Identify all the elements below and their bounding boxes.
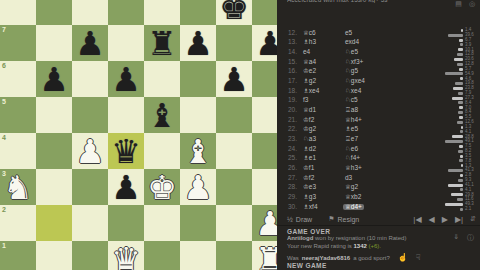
rank-label-4: 4 xyxy=(2,134,6,141)
black-move[interactable]: ♘e6 xyxy=(343,146,389,153)
square-g6[interactable]: ♟ xyxy=(216,61,252,97)
move-times: 1.341.3 xyxy=(438,164,478,173)
square-d5[interactable] xyxy=(108,97,144,133)
move-row: 25.♗e1♘f4+3.57.8 xyxy=(281,154,478,164)
move-row: 18.♗xe4♘xe423.87.9 xyxy=(281,86,478,96)
move-time-bar xyxy=(459,68,463,71)
rank-label-1: 1 xyxy=(2,242,6,249)
move-time-bar xyxy=(460,43,463,46)
square-c2[interactable] xyxy=(72,205,108,241)
square-h5[interactable] xyxy=(252,97,277,133)
first-move-button[interactable]: |◀ xyxy=(413,215,421,224)
white-move[interactable]: ♘a3 xyxy=(301,136,343,143)
square-e7[interactable]: ♜ xyxy=(144,25,180,61)
square-a8[interactable]: 8 xyxy=(0,0,36,25)
square-f1[interactable] xyxy=(180,241,216,270)
black-move[interactable]: ♘xe4 xyxy=(343,88,389,95)
move-time-bar xyxy=(459,159,463,162)
move-times: 49.32.1 xyxy=(438,202,478,211)
download-icon[interactable]: ⇓ xyxy=(453,233,459,243)
move-number: 21. xyxy=(281,117,301,124)
black-move[interactable]: exd4 xyxy=(343,39,389,46)
square-f7[interactable]: ♟ xyxy=(180,25,216,61)
square-h8[interactable] xyxy=(252,0,277,25)
move-row: 23.♘a3♖e728.849.1 xyxy=(281,134,478,144)
square-b4[interactable] xyxy=(36,133,72,169)
move-times: 7.58.2 xyxy=(438,144,478,153)
square-b2[interactable] xyxy=(36,205,72,241)
black-move[interactable]: ♘gxe4 xyxy=(343,78,389,85)
move-nav: |◀ ◀ ▶ ▶| ⇵ xyxy=(413,215,476,224)
rating-text: Your new Rapid rating is 1342 (+6). xyxy=(287,243,381,249)
black-move[interactable]: ♘xf3+ xyxy=(343,59,389,66)
move-row: 17.♗g2♘gxe44.619.8 xyxy=(281,76,478,86)
move-number: 22. xyxy=(281,126,301,133)
game-over-section: GAME OVER Anriilogd won by resignation (… xyxy=(277,225,480,226)
move-times: 5.512.6 xyxy=(438,115,478,124)
move-number: 12. xyxy=(281,30,301,37)
black-move[interactable]: e5 xyxy=(343,30,389,37)
square-h2[interactable]: ♟ xyxy=(252,205,277,241)
flip-board-icon[interactable]: ⇵ xyxy=(470,215,476,223)
flag-icon: ⚑ xyxy=(328,215,334,223)
move-row: 24.♗d2♘e67.58.2 xyxy=(281,144,478,154)
piece-black-queen-d4[interactable]: ♛ xyxy=(108,133,144,169)
black-move[interactable]: ♕g2 xyxy=(343,184,389,191)
menu-icon[interactable]: ▤ xyxy=(455,0,462,8)
move-times: 41.14.1 xyxy=(438,183,478,192)
draw-button[interactable]: ½ Draw xyxy=(287,216,312,223)
square-e6[interactable] xyxy=(144,61,180,97)
rank-label-6: 6 xyxy=(2,62,6,69)
square-f8[interactable] xyxy=(180,0,216,25)
move-time-bar xyxy=(455,82,463,85)
move-number: 19. xyxy=(281,97,301,104)
settings-icon[interactable]: ◎ xyxy=(469,0,475,8)
move-times: 28.849.1 xyxy=(438,135,478,144)
move-row: 20.♕d1♖a87.08.4 xyxy=(281,105,478,115)
white-move[interactable]: ♔e2 xyxy=(301,68,343,75)
piece-white-pawn-c4[interactable]: ♟ xyxy=(72,133,108,169)
white-move[interactable]: ♗g2 xyxy=(301,78,343,85)
result-text: Anriilogd won by resignation (10 min Rat… xyxy=(287,235,406,241)
move-time-bar xyxy=(460,208,463,211)
move-row: 29.♗g3♕xb229.811.6 xyxy=(281,192,478,202)
square-d7[interactable] xyxy=(108,25,144,61)
square-c7[interactable]: ♟ xyxy=(72,25,108,61)
move-number: 17. xyxy=(281,78,301,85)
resign-button[interactable]: ⚑ Resign xyxy=(328,215,359,223)
black-move[interactable]: ♗e5 xyxy=(343,126,389,133)
move-time-bar xyxy=(461,29,463,32)
black-move[interactable]: ♖e7 xyxy=(343,136,389,143)
result-icons: ⇓ ⓘ xyxy=(453,233,474,243)
move-time-bar xyxy=(460,130,463,133)
actions-bar: ½ Draw ⚑ Resign |◀ ◀ ▶ ▶| ⇵ xyxy=(287,213,476,225)
square-a3[interactable]: 3♞ xyxy=(0,169,36,205)
black-move[interactable]: ♕d4+ xyxy=(343,204,389,211)
piece-white-bishop-f4[interactable]: ♝ xyxy=(180,133,216,169)
move-time-bar xyxy=(460,188,463,191)
square-d6[interactable]: ♟ xyxy=(108,61,144,97)
info-icon[interactable]: ⓘ xyxy=(467,233,474,243)
piece-black-pawn-d6[interactable]: ♟ xyxy=(108,61,144,97)
move-time-bar xyxy=(459,106,463,109)
move-time-bar xyxy=(453,87,463,90)
move-times: 6.73.9 xyxy=(438,38,478,47)
black-move[interactable]: ♘c5 xyxy=(343,97,389,104)
rank-label-5: 5 xyxy=(2,98,6,105)
move-number: 16. xyxy=(281,68,301,75)
white-move[interactable]: ♕c6 xyxy=(301,30,343,37)
thumbs-up-button[interactable]: ☝ xyxy=(398,253,408,262)
square-e8[interactable] xyxy=(144,0,180,25)
move-times: 1.34.1 xyxy=(438,125,478,134)
move-number: 25. xyxy=(281,155,301,162)
move-time-bar xyxy=(452,135,463,138)
move-number: 14. xyxy=(281,49,301,56)
move-time-bar xyxy=(445,140,463,143)
move-time-bar xyxy=(445,72,463,75)
move-row: 12.♕c6e51.439.6 xyxy=(281,28,478,38)
piece-white-king-e3[interactable]: ♚ xyxy=(144,169,180,205)
move-times: 1.439.6 xyxy=(438,28,478,37)
last-move-button[interactable]: ▶| xyxy=(455,215,463,224)
square-g2[interactable] xyxy=(216,205,252,241)
white-move[interactable]: ♗h3 xyxy=(301,39,343,46)
square-h6[interactable] xyxy=(252,61,277,97)
square-f4[interactable]: ♝ xyxy=(180,133,216,169)
white-move[interactable]: ♗xe4 xyxy=(301,88,343,95)
move-number: 23. xyxy=(281,136,301,143)
move-row: 22.♔g2♗e51.34.1 xyxy=(281,125,478,135)
next-move-button[interactable]: ▶ xyxy=(442,215,448,224)
square-a7[interactable]: 7 xyxy=(0,25,36,61)
square-f3[interactable]: ♟ xyxy=(180,169,216,205)
square-h4[interactable] xyxy=(252,133,277,169)
black-move[interactable]: d3 xyxy=(343,175,389,182)
white-move[interactable]: f3 xyxy=(301,97,343,104)
move-row: 21.♔f2♕h4+5.512.6 xyxy=(281,115,478,125)
square-a5[interactable]: 5 xyxy=(0,97,36,133)
black-move[interactable]: ♖a8 xyxy=(343,107,389,114)
square-d4[interactable]: ♛ xyxy=(108,133,144,169)
move-number: 28. xyxy=(281,184,301,191)
piece-white-rook-h1[interactable]: ♜ xyxy=(252,241,277,270)
square-a6[interactable]: 6 xyxy=(0,61,36,97)
move-time-bar xyxy=(458,48,463,51)
move-row: 27.♔f2d32.89.3 xyxy=(281,173,478,183)
white-move[interactable]: ♗d2 xyxy=(301,146,343,153)
sidebar: Accelerated with max 15s/0 kg+ 5s ▤ ◎ 12… xyxy=(277,0,480,270)
square-g1[interactable] xyxy=(216,241,252,270)
square-g8[interactable]: ♚ xyxy=(216,0,252,25)
square-d3[interactable]: ♟ xyxy=(108,169,144,205)
move-times: 20.612.8 xyxy=(438,57,478,66)
new-game-title: NEW GAME xyxy=(287,262,327,269)
white-move[interactable]: ♔f2 xyxy=(301,117,343,124)
move-number: 30. xyxy=(281,204,301,211)
square-c6[interactable] xyxy=(72,61,108,97)
square-b3[interactable] xyxy=(36,169,72,205)
piece-white-pawn-f3[interactable]: ♟ xyxy=(180,169,216,205)
black-move[interactable]: ♕h4+ xyxy=(343,117,389,124)
new-rating: 1342 xyxy=(353,243,366,249)
square-e5[interactable]: ♝ xyxy=(144,97,180,133)
white-move[interactable]: ♔f1 xyxy=(301,165,343,172)
white-move[interactable]: ♔f2 xyxy=(301,175,343,182)
thumbs-down-button[interactable]: ☟ xyxy=(416,253,421,262)
square-b6[interactable]: ♟ xyxy=(36,61,72,97)
move-time-bar xyxy=(448,34,463,37)
draw-label: Draw xyxy=(296,216,312,223)
black-move[interactable]: ♕xb2 xyxy=(343,194,389,201)
square-g3[interactable] xyxy=(216,169,252,205)
move-time-bar xyxy=(460,155,463,158)
piece-black-pawn-c7[interactable]: ♟ xyxy=(72,25,108,61)
move-number: 26. xyxy=(281,165,301,172)
black-move[interactable]: ♘f4+ xyxy=(343,155,389,162)
piece-white-knight-a3[interactable]: ♞ xyxy=(0,169,36,205)
move-time-bar xyxy=(457,63,463,66)
move-row: 30.♗xf4♕d4+49.32.1 xyxy=(281,202,478,212)
move-number: 13. xyxy=(281,39,301,46)
move-row: 19.f3♘c527.38.4 xyxy=(281,96,478,106)
move-times: 5.754.9 xyxy=(438,67,478,76)
piece-black-pawn-f7[interactable]: ♟ xyxy=(180,25,216,61)
square-b7[interactable] xyxy=(36,25,72,61)
move-row: 28.♔e3♕g241.14.1 xyxy=(281,183,478,193)
move-time-bar xyxy=(460,77,463,80)
move-row: 15.♕a4♘xf3+20.612.8 xyxy=(281,57,478,67)
move-time-bar xyxy=(461,164,463,167)
square-b8[interactable] xyxy=(36,0,72,25)
move-time-bar xyxy=(459,116,463,119)
half-point-icon: ½ xyxy=(287,216,293,223)
square-g7[interactable] xyxy=(216,25,252,61)
white-move[interactable]: ♕d1 xyxy=(301,107,343,114)
white-move[interactable]: e4 xyxy=(301,49,343,56)
square-c4[interactable]: ♟ xyxy=(72,133,108,169)
move-times: 3.57.8 xyxy=(438,154,478,163)
square-d2[interactable] xyxy=(108,205,144,241)
move-time-bar xyxy=(458,179,463,182)
black-move[interactable]: ♕h3+ xyxy=(343,165,389,172)
move-time-bar xyxy=(458,101,463,104)
square-c5[interactable] xyxy=(72,97,108,133)
move-number: 20. xyxy=(281,107,301,114)
header-icons: ▤ ◎ xyxy=(455,0,475,8)
resign-label: Resign xyxy=(337,216,359,223)
square-e4[interactable] xyxy=(144,133,180,169)
move-time-bar xyxy=(454,58,463,61)
chess-board: 8♚7♟♜♟♟6♟♟♟5♝4♟♛♝3♞♟♚♟2♟1♛♜ xyxy=(0,0,277,270)
prev-move-button[interactable]: ◀ xyxy=(429,215,435,224)
header-note: Accelerated with max 15s/0 kg+ 5s xyxy=(287,0,450,3)
move-number: 15. xyxy=(281,59,301,66)
move-time-bar xyxy=(457,121,463,124)
move-time-bar xyxy=(458,111,463,114)
white-move[interactable]: ♗e1 xyxy=(301,155,343,162)
opponent-name: neerajYadav6816 xyxy=(302,255,350,261)
move-times: 7.08.4 xyxy=(438,106,478,115)
square-h3[interactable] xyxy=(252,169,277,205)
square-c3[interactable] xyxy=(72,169,108,205)
piece-black-pawn-h7[interactable]: ♟ xyxy=(252,25,277,61)
square-a1[interactable]: 1 xyxy=(0,241,36,270)
move-row: 16.♔e2♘g55.754.9 xyxy=(281,67,478,77)
move-row: 26.♔f1♕h3+1.341.3 xyxy=(281,163,478,173)
piece-black-pawn-g6[interactable]: ♟ xyxy=(216,61,252,97)
square-e2[interactable] xyxy=(144,205,180,241)
square-g4[interactable] xyxy=(216,133,252,169)
move-time-bar xyxy=(457,198,463,201)
move-time-bar xyxy=(448,169,463,172)
move-time-bar xyxy=(445,203,463,206)
move-number: 18. xyxy=(281,88,301,95)
move-time-bar xyxy=(452,97,463,100)
move-time-bar xyxy=(451,193,463,196)
rating-delta: (+6). xyxy=(367,243,381,249)
move-row: 14.e4♘e510.112.8 xyxy=(281,47,478,57)
winner-name: Anriilogd xyxy=(287,235,313,241)
piece-black-bishop-e5[interactable]: ♝ xyxy=(144,97,180,133)
piece-black-pawn-d3[interactable]: ♟ xyxy=(108,169,144,205)
move-row: 13.♗h3exd46.73.9 xyxy=(281,38,478,48)
square-c1[interactable] xyxy=(72,241,108,270)
square-f6[interactable] xyxy=(180,61,216,97)
move-time-bar xyxy=(448,184,463,187)
square-d1[interactable]: ♛ xyxy=(108,241,144,270)
white-move[interactable]: ♔e3 xyxy=(301,184,343,191)
piece-white-queen-d1[interactable]: ♛ xyxy=(108,241,144,270)
move-time-bar xyxy=(458,150,463,153)
square-e3[interactable]: ♚ xyxy=(144,169,180,205)
square-f2[interactable] xyxy=(180,205,216,241)
move-time-bar xyxy=(457,53,463,56)
move-number: 24. xyxy=(281,146,301,153)
move-time-bar xyxy=(458,92,463,95)
move-time-bar xyxy=(459,39,463,42)
piece-black-king-g8[interactable]: ♚ xyxy=(216,0,252,25)
square-c8[interactable] xyxy=(72,0,108,25)
move-number: 27. xyxy=(281,175,301,182)
move-number: 29. xyxy=(281,194,301,201)
white-move[interactable]: ♔g2 xyxy=(301,126,343,133)
piece-black-rook-e7[interactable]: ♜ xyxy=(144,25,180,61)
white-move[interactable]: ♗g3 xyxy=(301,194,343,201)
square-d8[interactable] xyxy=(108,0,144,25)
square-h1[interactable]: ♜ xyxy=(252,241,277,270)
move-times: 27.38.4 xyxy=(438,96,478,105)
lichess-app: 8♚7♟♜♟♟6♟♟♟5♝4♟♛♝3♞♟♚♟2♟1♛♜ Accelerated … xyxy=(0,0,480,270)
black-move[interactable]: ♘g5 xyxy=(343,68,389,75)
square-g5[interactable] xyxy=(216,97,252,133)
square-a4[interactable]: 4 xyxy=(0,133,36,169)
rank-label-2: 2 xyxy=(2,206,6,213)
piece-black-pawn-b6[interactable]: ♟ xyxy=(36,61,72,97)
sportsmanship-row: Was neerajYadav6816 a good sport? ☝ ☟ xyxy=(287,253,421,262)
move-time-bar xyxy=(461,126,463,129)
white-move[interactable]: ♕a4 xyxy=(301,59,343,66)
square-a2[interactable]: 2 xyxy=(0,205,36,241)
board-grid: 8♚7♟♜♟♟6♟♟♟5♝4♟♛♝3♞♟♚♟2♟1♛♜ xyxy=(0,0,277,270)
rank-label-7: 7 xyxy=(2,26,6,33)
square-e1[interactable] xyxy=(144,241,180,270)
move-time-value: 2.1 xyxy=(465,207,478,212)
move-time-bar xyxy=(459,145,463,148)
black-move[interactable]: ♘e5 xyxy=(343,49,389,56)
square-h7[interactable]: ♟ xyxy=(252,25,277,61)
white-move[interactable]: ♗xf4 xyxy=(301,204,343,211)
square-b5[interactable] xyxy=(36,97,72,133)
piece-white-pawn-h2[interactable]: ♟ xyxy=(252,205,277,241)
square-f5[interactable] xyxy=(180,97,216,133)
square-b1[interactable] xyxy=(36,241,72,270)
move-list: 12.♕c6e51.439.613.♗h3exd46.73.914.e4♘e51… xyxy=(281,28,478,212)
move-time-bar xyxy=(460,174,463,177)
game-over-title: GAME OVER xyxy=(287,228,330,235)
